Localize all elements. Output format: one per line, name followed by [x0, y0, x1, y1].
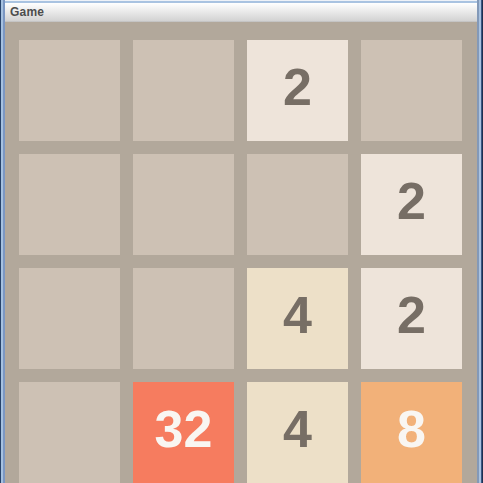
window-border-left: [0, 0, 5, 483]
tile-grid: 22423248: [19, 40, 462, 483]
tile-32-r4c2: 32: [133, 382, 234, 483]
tile-2-r3c4: 2: [361, 268, 462, 369]
empty-cell-r4c1: [19, 382, 120, 483]
window-border-right: [477, 0, 483, 483]
empty-cell-r2c3: [247, 154, 348, 255]
empty-cell-r2c1: [19, 154, 120, 255]
empty-cell-r1c4: [361, 40, 462, 141]
empty-cell-r3c1: [19, 268, 120, 369]
empty-cell-r1c1: [19, 40, 120, 141]
empty-cell-r2c2: [133, 154, 234, 255]
tile-4-r3c3: 4: [247, 268, 348, 369]
tile-8-r4c4: 8: [361, 382, 462, 483]
tile-2-r2c4: 2: [361, 154, 462, 255]
window-titlebar[interactable]: Game: [0, 0, 483, 22]
window-title: Game: [10, 2, 44, 22]
empty-cell-r1c2: [133, 40, 234, 141]
tile-4-r4c3: 4: [247, 382, 348, 483]
empty-cell-r3c2: [133, 268, 234, 369]
tile-2-r1c3: 2: [247, 40, 348, 141]
game-board[interactable]: 22423248: [5, 22, 477, 483]
game-window: Game 22423248: [0, 0, 483, 483]
